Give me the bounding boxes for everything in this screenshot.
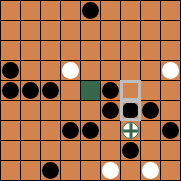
board-cell[interactable] — [81, 1, 100, 20]
board-cell[interactable] — [121, 101, 140, 120]
board-cell[interactable] — [161, 1, 180, 20]
board-cell[interactable] — [1, 121, 20, 140]
board-cell[interactable] — [41, 141, 60, 160]
board-cell[interactable] — [121, 141, 140, 160]
board-cell[interactable] — [161, 121, 180, 140]
board-cell[interactable] — [81, 21, 100, 40]
board-cell[interactable] — [141, 101, 160, 120]
black-attacker-stone[interactable] — [102, 102, 119, 119]
board-cell[interactable] — [121, 61, 140, 80]
board-cell[interactable] — [101, 81, 120, 100]
board-cell[interactable] — [21, 61, 40, 80]
board-cell[interactable] — [41, 41, 60, 60]
black-attacker-stone[interactable] — [82, 2, 99, 19]
board-cell[interactable] — [41, 21, 60, 40]
board-cell[interactable] — [41, 1, 60, 20]
board-cell[interactable] — [61, 101, 80, 120]
board-cell[interactable] — [21, 41, 40, 60]
board-cell[interactable] — [61, 81, 80, 100]
board-cell[interactable] — [101, 161, 120, 180]
board-cell[interactable] — [81, 161, 100, 180]
board-cell[interactable] — [1, 41, 20, 60]
board-cell[interactable] — [141, 81, 160, 100]
board-cell[interactable] — [161, 101, 180, 120]
black-attacker-stone[interactable] — [142, 102, 159, 119]
board-cell[interactable] — [141, 21, 160, 40]
board-cell[interactable] — [1, 161, 20, 180]
board-cell[interactable] — [21, 81, 40, 100]
board-cell[interactable] — [1, 1, 20, 20]
king-cross-icon — [122, 129, 139, 132]
black-attacker-stone[interactable] — [82, 122, 99, 139]
black-attacker-stone[interactable] — [42, 82, 59, 99]
black-attacker-stone[interactable] — [122, 102, 139, 119]
board-cell[interactable] — [161, 21, 180, 40]
board-cell[interactable] — [21, 1, 40, 20]
board-cell[interactable] — [161, 61, 180, 80]
board-cell[interactable] — [21, 141, 40, 160]
board-cell[interactable] — [141, 161, 160, 180]
board-cell[interactable] — [101, 101, 120, 120]
board-cell[interactable] — [141, 41, 160, 60]
board-cell[interactable] — [101, 1, 120, 20]
board-cell[interactable] — [141, 61, 160, 80]
board-cell[interactable] — [61, 41, 80, 60]
white-defender-stone[interactable] — [142, 162, 159, 179]
board-cell[interactable] — [1, 61, 20, 80]
board-cell[interactable] — [21, 101, 40, 120]
board-cell[interactable] — [41, 61, 60, 80]
board-cell[interactable] — [121, 21, 140, 40]
board-cell[interactable] — [41, 121, 60, 140]
board-cell[interactable] — [41, 161, 60, 180]
board-cell[interactable] — [81, 101, 100, 120]
black-attacker-stone[interactable] — [22, 82, 39, 99]
white-king-stone[interactable] — [122, 122, 139, 139]
board-cell[interactable] — [1, 101, 20, 120]
black-attacker-stone[interactable] — [62, 122, 79, 139]
board-cell[interactable] — [41, 101, 60, 120]
board-cell[interactable] — [61, 61, 80, 80]
white-defender-stone[interactable] — [102, 162, 119, 179]
board-cell[interactable] — [121, 81, 140, 100]
board-cell[interactable] — [21, 161, 40, 180]
board-cell[interactable] — [21, 21, 40, 40]
board-cell[interactable] — [161, 41, 180, 60]
board-cell[interactable] — [101, 21, 120, 40]
board-cell[interactable] — [61, 21, 80, 40]
board-cell[interactable] — [101, 121, 120, 140]
board-cell[interactable] — [141, 121, 160, 140]
board-cell[interactable] — [121, 1, 140, 20]
board-cell[interactable] — [121, 121, 140, 140]
black-attacker-stone[interactable] — [102, 82, 119, 99]
board-cell[interactable] — [61, 1, 80, 20]
tablut-board — [0, 0, 181, 181]
board-cell[interactable] — [121, 161, 140, 180]
board-cell[interactable] — [81, 61, 100, 80]
board-cell[interactable] — [141, 141, 160, 160]
white-defender-stone[interactable] — [62, 62, 79, 79]
black-attacker-stone[interactable] — [42, 162, 59, 179]
board-cell[interactable] — [81, 141, 100, 160]
board-cell[interactable] — [161, 141, 180, 160]
board-cell[interactable] — [141, 1, 160, 20]
black-attacker-stone[interactable] — [2, 82, 19, 99]
black-attacker-stone[interactable] — [162, 122, 179, 139]
board-cell[interactable] — [81, 121, 100, 140]
throne-cell[interactable] — [81, 81, 100, 100]
board-cell[interactable] — [101, 141, 120, 160]
white-defender-stone[interactable] — [162, 62, 179, 79]
black-attacker-stone[interactable] — [122, 142, 139, 159]
board-cell[interactable] — [1, 141, 20, 160]
board-cell[interactable] — [1, 21, 20, 40]
black-attacker-stone[interactable] — [2, 62, 19, 79]
board-cell[interactable] — [101, 61, 120, 80]
board-cell[interactable] — [61, 121, 80, 140]
board-cell[interactable] — [161, 161, 180, 180]
board-cell[interactable] — [81, 41, 100, 60]
board-cell[interactable] — [161, 81, 180, 100]
board-cell[interactable] — [101, 41, 120, 60]
board-cell[interactable] — [61, 141, 80, 160]
board-cell[interactable] — [61, 161, 80, 180]
board-cell[interactable] — [21, 121, 40, 140]
board-cell[interactable] — [41, 81, 60, 100]
board-cell[interactable] — [121, 41, 140, 60]
board-cell[interactable] — [1, 81, 20, 100]
